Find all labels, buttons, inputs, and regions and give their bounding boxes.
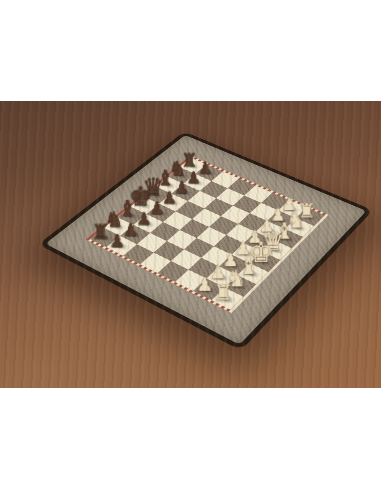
piece-shadow xyxy=(189,178,206,187)
square-d3 xyxy=(226,224,255,243)
square-f7: ♟ xyxy=(133,214,162,233)
piece-shadow xyxy=(152,208,169,218)
piece-shadow xyxy=(256,256,274,267)
piece-shadow xyxy=(267,245,285,256)
piece-shadow xyxy=(284,204,301,214)
piece-shadow xyxy=(136,201,153,211)
screenshot-page: ♜♟♟♜♞♟♟♞♝♟♟♝♛♟♟♛♚♟♟♚♝♟♟♝♞♟♟♞♜♟♟♜ xyxy=(0,0,381,492)
mosaic-inlay-border: ♜♟♟♜♞♟♟♞♝♟♟♝♛♟♟♛♚♟♟♚♝♟♟♝♞♟♟♞♜♟♟♜ xyxy=(86,156,329,314)
piece-shadow xyxy=(199,284,218,296)
photo-scene: ♜♟♟♜♞♟♟♞♝♟♟♝♛♟♟♛♚♟♟♚♝♟♟♝♞♟♟♞♜♟♟♜ xyxy=(0,101,381,388)
square-h7: ♟ xyxy=(106,236,136,256)
piece-shadow xyxy=(212,271,230,283)
piece-shadow xyxy=(112,241,130,252)
piece-shadow xyxy=(273,215,290,225)
piece-shadow xyxy=(249,237,267,248)
piece-shadow xyxy=(201,168,217,177)
piece-shadow xyxy=(126,230,144,241)
black-bishop: ♝ xyxy=(118,198,138,220)
piece-shadow xyxy=(185,162,201,171)
chess-board: ♜♟♟♜♞♟♟♞♝♟♟♝♛♟♟♛♚♟♟♚♝♟♟♝♞♟♟♞♜♟♟♜ xyxy=(38,132,373,351)
piece-shadow xyxy=(177,188,194,198)
top-white-margin xyxy=(0,0,381,101)
piece-shadow xyxy=(261,225,279,236)
piece-shadow xyxy=(123,211,140,221)
piece-shadow xyxy=(218,293,237,305)
piece-shadow xyxy=(165,198,182,208)
piece-shadow xyxy=(279,233,297,244)
piece-shadow xyxy=(110,222,127,232)
square-d4 xyxy=(209,216,238,235)
piece-shadow xyxy=(96,233,114,244)
black-rook: ♜ xyxy=(91,221,109,241)
chess-set-photo: ♜♟♟♜♞♟♟♞♝♟♟♝♛♟♟♛♚♟♟♚♝♟♟♝♞♟♟♞♜♟♟♜ xyxy=(0,101,381,388)
piece-shadow xyxy=(161,181,178,190)
board-grid: ♜♟♟♜♞♟♟♞♝♟♟♝♛♟♟♛♚♟♟♚♝♟♟♝♞♟♟♞♜♟♟♜ xyxy=(90,158,324,310)
piece-shadow xyxy=(149,190,166,200)
piece-shadow xyxy=(237,248,255,259)
piece-shadow xyxy=(301,212,318,222)
black-knight: ♞ xyxy=(105,209,124,230)
bottom-white-margin xyxy=(0,388,381,492)
piece-shadow xyxy=(243,268,261,280)
piece-shadow xyxy=(139,219,156,229)
piece-shadow xyxy=(290,223,308,233)
piece-shadow xyxy=(225,259,243,270)
piece-shadow xyxy=(173,171,189,180)
piece-shadow xyxy=(231,280,250,292)
